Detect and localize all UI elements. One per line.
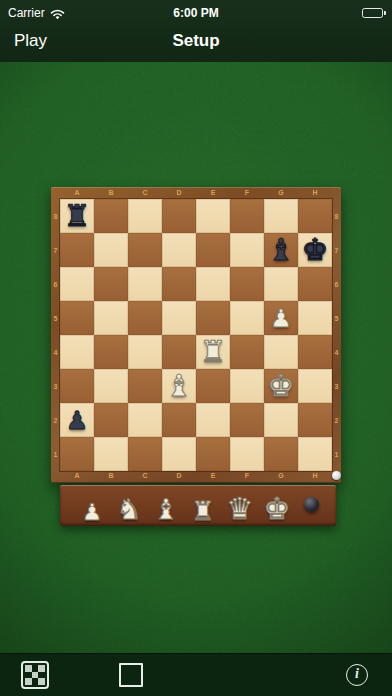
file-label-f: F	[230, 188, 264, 198]
square-b1[interactable]	[94, 437, 128, 471]
square-d5[interactable]	[162, 301, 196, 335]
black-bishop[interactable]: ♝	[268, 235, 295, 265]
board-icon-cell	[32, 678, 39, 685]
square-c5[interactable]	[128, 301, 162, 335]
info-icon[interactable]: i	[346, 664, 368, 686]
board-icon-cell	[25, 678, 32, 685]
file-label-f: F	[230, 471, 264, 481]
square-g7[interactable]: ♝	[264, 233, 298, 267]
file-label-e: E	[196, 471, 230, 481]
square-d6[interactable]	[162, 267, 196, 301]
square-g1[interactable]	[264, 437, 298, 471]
square-g5[interactable]: ♟	[264, 301, 298, 335]
black-color-ball[interactable]	[304, 497, 319, 512]
rank-labels-left: 87654321	[51, 199, 60, 471]
white-pawn[interactable]: ♟	[270, 306, 292, 331]
square-f4[interactable]	[230, 335, 264, 369]
square-a6[interactable]	[60, 267, 94, 301]
square-e6[interactable]	[196, 267, 230, 301]
square-f8[interactable]	[230, 199, 264, 233]
square-e7[interactable]	[196, 233, 230, 267]
square-a3[interactable]	[60, 369, 94, 403]
board-icon-cell	[32, 665, 39, 672]
rank-label-6: 6	[51, 267, 60, 301]
square-a2[interactable]: ♟	[60, 403, 94, 437]
piece-tray: ♟♞♝♜♛♚	[60, 485, 336, 526]
square-d8[interactable]	[162, 199, 196, 233]
white-king[interactable]: ♚	[268, 371, 295, 401]
square-b4[interactable]	[94, 335, 128, 369]
square-d2[interactable]	[162, 403, 196, 437]
file-label-d: D	[162, 471, 196, 481]
square-f7[interactable]	[230, 233, 264, 267]
square-g2[interactable]	[264, 403, 298, 437]
file-label-d: D	[162, 188, 196, 198]
side-to-move-indicator[interactable]	[332, 471, 341, 480]
square-d3[interactable]: ♝	[162, 369, 196, 403]
square-c4[interactable]	[128, 335, 162, 369]
tray-white-rook[interactable]: ♜	[185, 498, 221, 524]
square-c1[interactable]	[128, 437, 162, 471]
file-labels-top: ABCDEFGH	[60, 188, 332, 198]
square-a7[interactable]	[60, 233, 94, 267]
tray-white-bishop[interactable]: ♝	[148, 496, 184, 524]
black-pawn[interactable]: ♟	[66, 408, 88, 433]
square-e8[interactable]	[196, 199, 230, 233]
tray-white-pawn[interactable]: ♟	[74, 501, 110, 524]
rank-label-8: 8	[51, 199, 60, 233]
board-icon[interactable]	[21, 661, 49, 689]
square-f3[interactable]	[230, 369, 264, 403]
board-icon-cell	[25, 665, 32, 672]
square-c6[interactable]	[128, 267, 162, 301]
file-label-a: A	[60, 188, 94, 198]
board-icon-cell	[38, 665, 45, 672]
square-b2[interactable]	[94, 403, 128, 437]
board-icon-cell	[38, 678, 45, 685]
tray-white-queen[interactable]: ♛	[222, 494, 258, 524]
rank-label-5: 5	[51, 301, 60, 335]
rank-label-6: 6	[332, 267, 341, 301]
rank-label-7: 7	[51, 233, 60, 267]
square-f6[interactable]	[230, 267, 264, 301]
square-f5[interactable]	[230, 301, 264, 335]
file-label-g: G	[264, 188, 298, 198]
square-a1[interactable]	[60, 437, 94, 471]
file-label-c: C	[128, 471, 162, 481]
file-label-e: E	[196, 188, 230, 198]
board-icon-cell	[38, 672, 45, 679]
square-c2[interactable]	[128, 403, 162, 437]
bottom-toolbar: i	[0, 653, 392, 696]
rank-label-8: 8	[332, 199, 341, 233]
board-squares: ♜♝♚♟♜♝♚♟	[60, 199, 332, 471]
square-c7[interactable]	[128, 233, 162, 267]
file-label-h: H	[298, 188, 332, 198]
black-king[interactable]: ♚	[302, 235, 329, 265]
square-e5[interactable]	[196, 301, 230, 335]
page-title: Setup	[0, 31, 392, 51]
tray-white-knight[interactable]: ♞	[111, 496, 147, 524]
status-bar: Carrier 6:00 PM	[0, 0, 392, 26]
square-h4[interactable]	[298, 335, 332, 369]
file-label-b: B	[94, 471, 128, 481]
rank-label-4: 4	[51, 335, 60, 369]
square-h3[interactable]	[298, 369, 332, 403]
rank-label-3: 3	[51, 369, 60, 403]
rank-label-1: 1	[51, 437, 60, 471]
square-h7[interactable]: ♚	[298, 233, 332, 267]
square-f1[interactable]	[230, 437, 264, 471]
square-d1[interactable]	[162, 437, 196, 471]
square-e3[interactable]	[196, 369, 230, 403]
square-g6[interactable]	[264, 267, 298, 301]
square-d7[interactable]	[162, 233, 196, 267]
square-b7[interactable]	[94, 233, 128, 267]
file-labels-bottom: ABCDEFGH	[60, 471, 332, 481]
square-h6[interactable]	[298, 267, 332, 301]
square-e1[interactable]	[196, 437, 230, 471]
square-a8[interactable]: ♜	[60, 199, 94, 233]
square-g8[interactable]	[264, 199, 298, 233]
rank-label-1: 1	[332, 437, 341, 471]
square-b8[interactable]	[94, 199, 128, 233]
file-label-g: G	[264, 471, 298, 481]
square-b6[interactable]	[94, 267, 128, 301]
status-time: 6:00 PM	[0, 6, 392, 20]
square-b3[interactable]	[94, 369, 128, 403]
phone-screen: Carrier 6:00 PM Play Setup ABCDEFGH ABCD…	[0, 0, 392, 696]
square-f2[interactable]	[230, 403, 264, 437]
square-h1[interactable]	[298, 437, 332, 471]
square-a4[interactable]	[60, 335, 94, 369]
chessboard: ABCDEFGH ABCDEFGH 87654321 87654321 ♜♝♚♟…	[51, 187, 341, 483]
nav-bar: Play Setup	[0, 26, 392, 62]
board-icon-cell	[32, 672, 39, 679]
square-c3[interactable]	[128, 369, 162, 403]
file-label-c: C	[128, 188, 162, 198]
square-e4[interactable]: ♜	[196, 335, 230, 369]
square-b5[interactable]	[94, 301, 128, 335]
square-h8[interactable]	[298, 199, 332, 233]
square-c8[interactable]	[128, 199, 162, 233]
square-g3[interactable]: ♚	[264, 369, 298, 403]
rank-label-2: 2	[51, 403, 60, 437]
top-bars: Carrier 6:00 PM Play Setup	[0, 0, 392, 62]
rank-label-5: 5	[332, 301, 341, 335]
clear-square-icon[interactable]	[119, 663, 143, 687]
tray-white-king[interactable]: ♚	[259, 494, 295, 524]
square-e2[interactable]	[196, 403, 230, 437]
white-rook[interactable]: ♜	[200, 337, 227, 367]
square-a5[interactable]	[60, 301, 94, 335]
black-rook[interactable]: ♜	[64, 201, 91, 231]
square-d4[interactable]	[162, 335, 196, 369]
white-bishop[interactable]: ♝	[166, 371, 193, 401]
square-h2[interactable]	[298, 403, 332, 437]
square-h5[interactable]	[298, 301, 332, 335]
square-g4[interactable]	[264, 335, 298, 369]
rank-label-2: 2	[332, 403, 341, 437]
rank-label-7: 7	[332, 233, 341, 267]
rank-labels-right: 87654321	[332, 199, 341, 471]
file-label-h: H	[298, 471, 332, 481]
board-icon-cell	[25, 672, 32, 679]
file-label-b: B	[94, 188, 128, 198]
file-label-a: A	[60, 471, 94, 481]
rank-label-4: 4	[332, 335, 341, 369]
rank-label-3: 3	[332, 369, 341, 403]
